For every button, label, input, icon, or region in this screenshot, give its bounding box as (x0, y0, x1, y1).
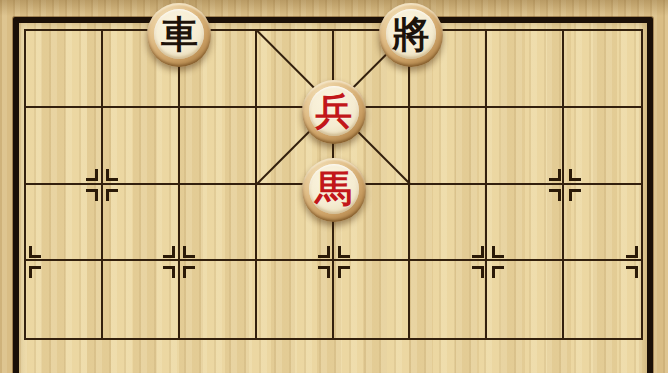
red-soldier[interactable]: 兵 (302, 80, 366, 144)
red-horse[interactable]: 馬 (302, 158, 366, 222)
xiangqi-board-screenshot: 車將兵馬 (0, 0, 668, 373)
piece-face: 馬 (309, 164, 359, 214)
black-chariot[interactable]: 車 (147, 3, 211, 67)
piece-character: 馬 (309, 164, 359, 214)
piece-character: 兵 (309, 86, 359, 136)
black-general[interactable]: 將 (379, 3, 443, 67)
piece-face: 車 (154, 9, 204, 59)
piece-character: 車 (154, 9, 204, 59)
piece-face: 兵 (309, 86, 359, 136)
river-band (25, 341, 642, 373)
piece-face: 將 (386, 9, 436, 59)
piece-character: 將 (386, 9, 436, 59)
